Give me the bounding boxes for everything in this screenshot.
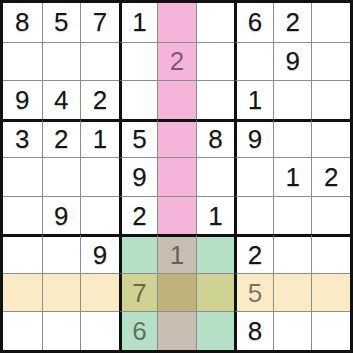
cell-r6c1[interactable]	[3, 196, 42, 235]
cell-r4c3[interactable]: 1	[80, 119, 119, 158]
cell-r5c9[interactable]: 2	[311, 157, 350, 196]
cell-r9c8[interactable]	[273, 311, 312, 350]
cell-r1c9[interactable]	[311, 3, 350, 42]
cell-r5c5[interactable]	[157, 157, 196, 196]
cell-r2c2[interactable]	[42, 42, 81, 81]
cell-r4c9[interactable]	[311, 119, 350, 158]
cell-r8c7[interactable]: 5	[234, 273, 273, 312]
cell-r3c2[interactable]: 4	[42, 80, 81, 119]
cell-r1c4[interactable]: 1	[119, 3, 158, 42]
cell-r4c8[interactable]	[273, 119, 312, 158]
cell-r3c1[interactable]: 9	[3, 80, 42, 119]
cell-r9c9[interactable]	[311, 311, 350, 350]
cell-r9c6[interactable]	[196, 311, 235, 350]
cell-r7c4[interactable]	[119, 234, 158, 273]
cell-r8c8[interactable]	[273, 273, 312, 312]
cell-r5c2[interactable]	[42, 157, 81, 196]
cell-r5c4[interactable]: 9	[119, 157, 158, 196]
cell-r1c2[interactable]: 5	[42, 3, 81, 42]
cell-r3c8[interactable]	[273, 80, 312, 119]
cell-r6c9[interactable]	[311, 196, 350, 235]
cell-r8c1[interactable]	[3, 273, 42, 312]
cell-r7c3[interactable]: 9	[80, 234, 119, 273]
cell-r9c4[interactable]: 6	[119, 311, 158, 350]
cell-r7c6[interactable]	[196, 234, 235, 273]
cell-r5c6[interactable]	[196, 157, 235, 196]
cell-r6c7[interactable]	[234, 196, 273, 235]
cell-r1c6[interactable]	[196, 3, 235, 42]
cell-r5c8[interactable]: 1	[273, 157, 312, 196]
cell-r3c3[interactable]: 2	[80, 80, 119, 119]
cell-r4c2[interactable]: 2	[42, 119, 81, 158]
cell-r3c5[interactable]	[157, 80, 196, 119]
cell-r8c6[interactable]	[196, 273, 235, 312]
cell-r9c3[interactable]	[80, 311, 119, 350]
cell-r3c4[interactable]	[119, 80, 158, 119]
cell-r7c8[interactable]	[273, 234, 312, 273]
cell-r8c9[interactable]	[311, 273, 350, 312]
cell-r7c5[interactable]: 1	[157, 234, 196, 273]
cell-r9c5[interactable]	[157, 311, 196, 350]
cell-r1c8[interactable]: 2	[273, 3, 312, 42]
cell-r3c6[interactable]	[196, 80, 235, 119]
cell-r8c2[interactable]	[42, 273, 81, 312]
cell-r1c7[interactable]: 6	[234, 3, 273, 42]
cell-r7c7[interactable]: 2	[234, 234, 273, 273]
cell-r3c9[interactable]	[311, 80, 350, 119]
cell-r1c1[interactable]: 8	[3, 3, 42, 42]
cell-r8c3[interactable]	[80, 273, 119, 312]
cell-r4c7[interactable]: 9	[234, 119, 273, 158]
cell-r9c7[interactable]: 8	[234, 311, 273, 350]
cell-r6c2[interactable]: 9	[42, 196, 81, 235]
cell-r2c1[interactable]	[3, 42, 42, 81]
cell-r5c1[interactable]	[3, 157, 42, 196]
cell-r4c5[interactable]	[157, 119, 196, 158]
cell-r5c7[interactable]	[234, 157, 273, 196]
cell-r8c4[interactable]: 7	[119, 273, 158, 312]
cell-r6c8[interactable]	[273, 196, 312, 235]
cell-r2c7[interactable]	[234, 42, 273, 81]
cell-r2c9[interactable]	[311, 42, 350, 81]
cell-r5c3[interactable]	[80, 157, 119, 196]
cell-r2c6[interactable]	[196, 42, 235, 81]
cell-r7c2[interactable]	[42, 234, 81, 273]
cell-r2c3[interactable]	[80, 42, 119, 81]
sudoku-board: 8571622994213215899129219127568	[0, 0, 353, 353]
cell-r2c8[interactable]: 9	[273, 42, 312, 81]
cell-r2c4[interactable]	[119, 42, 158, 81]
cell-r7c1[interactable]	[3, 234, 42, 273]
cell-r6c4[interactable]: 2	[119, 196, 158, 235]
cell-r8c5[interactable]	[157, 273, 196, 312]
cell-r4c1[interactable]: 3	[3, 119, 42, 158]
cell-r7c9[interactable]	[311, 234, 350, 273]
cell-r9c2[interactable]	[42, 311, 81, 350]
cell-r6c5[interactable]	[157, 196, 196, 235]
cell-r3c7[interactable]: 1	[234, 80, 273, 119]
cell-r2c5[interactable]: 2	[157, 42, 196, 81]
cell-r6c3[interactable]	[80, 196, 119, 235]
cell-r4c6[interactable]: 8	[196, 119, 235, 158]
cell-r6c6[interactable]: 1	[196, 196, 235, 235]
cell-r9c1[interactable]	[3, 311, 42, 350]
cell-r1c5[interactable]	[157, 3, 196, 42]
cell-r4c4[interactable]: 5	[119, 119, 158, 158]
cell-r1c3[interactable]: 7	[80, 3, 119, 42]
